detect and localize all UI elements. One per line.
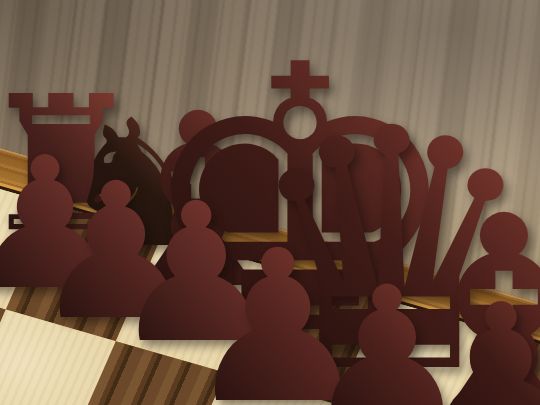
pieces-layer: ♜♟♞♟♝♟♚♟♛♟♝♟ — [0, 0, 540, 405]
chess-piece-pawn[interactable]: ♟ — [411, 278, 540, 405]
photo-stage: ♜♟♞♟♝♟♚♟♛♟♝♟ — [0, 0, 540, 405]
